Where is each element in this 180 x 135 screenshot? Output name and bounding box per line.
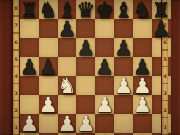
square-d1[interactable]: ♛ (76, 133, 95, 135)
piece-white-rook[interactable]: ♜ (20, 133, 39, 135)
piece-black-pawn[interactable]: ♟ (76, 38, 95, 59)
chess-board[interactable]: ♜♞♝♛♚♝♞♜♟♟♟♟♟♟♟♟♞♟♟♟♟♟♟♟♟♜♝♛♚♝♞♜ (20, 0, 161, 135)
rank-label-8: 8 (13, 0, 19, 17)
piece-white-pawn[interactable]: ♟ (114, 76, 133, 97)
piece-black-rook[interactable]: ♜ (20, 0, 39, 21)
rank-labels-left: 87654321 (13, 0, 20, 135)
rank-label-2: 2 (13, 101, 19, 118)
square-b8[interactable]: ♞ (39, 0, 58, 19)
square-b3[interactable]: ♟ (39, 95, 58, 114)
square-f1[interactable]: ♝ (114, 133, 133, 135)
piece-black-knight[interactable]: ♞ (133, 0, 152, 21)
piece-white-queen[interactable]: ♛ (76, 133, 95, 135)
piece-white-bishop[interactable]: ♝ (58, 133, 77, 135)
square-d4[interactable] (76, 76, 95, 95)
rank-label-2: 2 (162, 101, 168, 118)
square-g3[interactable]: ♟ (133, 95, 152, 114)
square-g1[interactable]: ♞ (133, 133, 152, 135)
rank-label-1: 1 (13, 118, 19, 135)
piece-white-pawn[interactable]: ♟ (95, 95, 114, 116)
square-f8[interactable]: ♝ (114, 0, 133, 19)
piece-white-pawn[interactable]: ♟ (39, 95, 58, 116)
piece-white-knight[interactable]: ♞ (58, 76, 77, 97)
square-h1[interactable]: ♜ (152, 133, 171, 135)
square-a8[interactable]: ♜ (20, 0, 39, 19)
square-f6[interactable]: ♟ (114, 38, 133, 57)
piece-black-queen[interactable]: ♛ (76, 0, 95, 21)
piece-white-king[interactable]: ♚ (95, 133, 114, 135)
rank-label-3: 3 (162, 84, 168, 101)
piece-black-pawn[interactable]: ♟ (114, 38, 133, 59)
piece-black-king[interactable]: ♚ (95, 0, 114, 21)
square-e8[interactable]: ♚ (95, 0, 114, 19)
rank-label-3: 3 (13, 84, 19, 101)
piece-black-pawn[interactable]: ♟ (152, 19, 171, 40)
square-c1[interactable]: ♝ (58, 133, 77, 135)
square-e1[interactable]: ♚ (95, 133, 114, 135)
rank-label-7: 7 (13, 17, 19, 34)
square-d6[interactable]: ♟ (76, 38, 95, 57)
piece-white-pawn[interactable]: ♟ (133, 95, 152, 116)
square-e5[interactable]: ♟ (95, 57, 114, 76)
square-b1[interactable] (39, 133, 58, 135)
rank-label-4: 4 (13, 68, 19, 85)
square-g8[interactable]: ♞ (133, 0, 152, 19)
piece-white-knight[interactable]: ♞ (133, 133, 152, 135)
square-c7[interactable]: ♟ (58, 19, 77, 38)
square-a1[interactable]: ♜ (20, 133, 39, 135)
piece-black-pawn[interactable]: ♟ (39, 57, 58, 78)
chess-app-screenshot: 87654321 ♜♞♝♛♚♝♞♜♟♟♟♟♟♟♟♟♞♟♟♟♟♟♟♟♟♜♝♛♚♝♞… (0, 0, 180, 135)
square-a5[interactable]: ♟ (20, 57, 39, 76)
rank-label-5: 5 (13, 51, 19, 68)
rank-label-5: 5 (162, 51, 168, 68)
rank-label-6: 6 (13, 34, 19, 51)
wood-frame-left (0, 0, 13, 135)
square-h7[interactable]: ♟ (152, 19, 171, 38)
square-c4[interactable]: ♞ (58, 76, 77, 95)
rank-label-4: 4 (162, 68, 168, 85)
piece-white-rook[interactable]: ♜ (152, 133, 171, 135)
piece-black-pawn[interactable]: ♟ (20, 57, 39, 78)
piece-black-knight[interactable]: ♞ (39, 0, 58, 21)
square-f4[interactable]: ♟ (114, 76, 133, 95)
square-d8[interactable]: ♛ (76, 0, 95, 19)
piece-black-pawn[interactable]: ♟ (95, 57, 114, 78)
piece-white-bishop[interactable]: ♝ (114, 133, 133, 135)
piece-black-pawn[interactable]: ♟ (58, 19, 77, 40)
square-e3[interactable]: ♟ (95, 95, 114, 114)
piece-black-bishop[interactable]: ♝ (114, 0, 133, 21)
square-b5[interactable]: ♟ (39, 57, 58, 76)
